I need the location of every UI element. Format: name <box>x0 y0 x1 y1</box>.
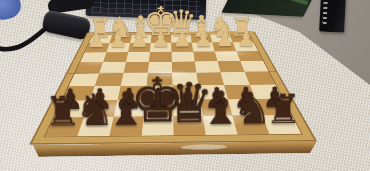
chess-board-area: ♜♞♝♚♛♝♞♜♟♟♟♟♟♟♟♟♟♟♟♟♟♟♟♟♜♞♝♚♛♝♞♜ <box>30 26 318 155</box>
photo-chess-scene: ♜♞♝♚♛♝♞♜♟♟♟♟♟♟♟♟♟♟♟♟♟♟♟♟♜♞♝♚♛♝♞♜ <box>0 0 370 171</box>
square-e3 <box>149 52 172 62</box>
square-a8: ♜ <box>262 115 301 134</box>
square-g3 <box>103 52 128 62</box>
board-grid: ♜♞♝♚♛♝♞♜♟♟♟♟♟♟♟♟♟♟♟♟♟♟♟♟♜♞♝♚♛♝♞♜ <box>44 34 303 137</box>
black-box <box>319 0 346 33</box>
square-a2: ♟ <box>233 42 258 51</box>
square-c3 <box>193 51 217 61</box>
square-h3 <box>80 52 107 62</box>
square-d3 <box>172 52 195 62</box>
chess-board: ♜♞♝♚♛♝♞♜♟♟♟♟♟♟♟♟♟♟♟♟♟♟♟♟♜♞♝♚♛♝♞♜ <box>29 31 317 144</box>
square-a3 <box>236 51 263 61</box>
piece-white-pawn: ♟ <box>221 28 271 49</box>
square-f3 <box>126 52 150 62</box>
piece-black-rook: ♜ <box>246 90 319 131</box>
